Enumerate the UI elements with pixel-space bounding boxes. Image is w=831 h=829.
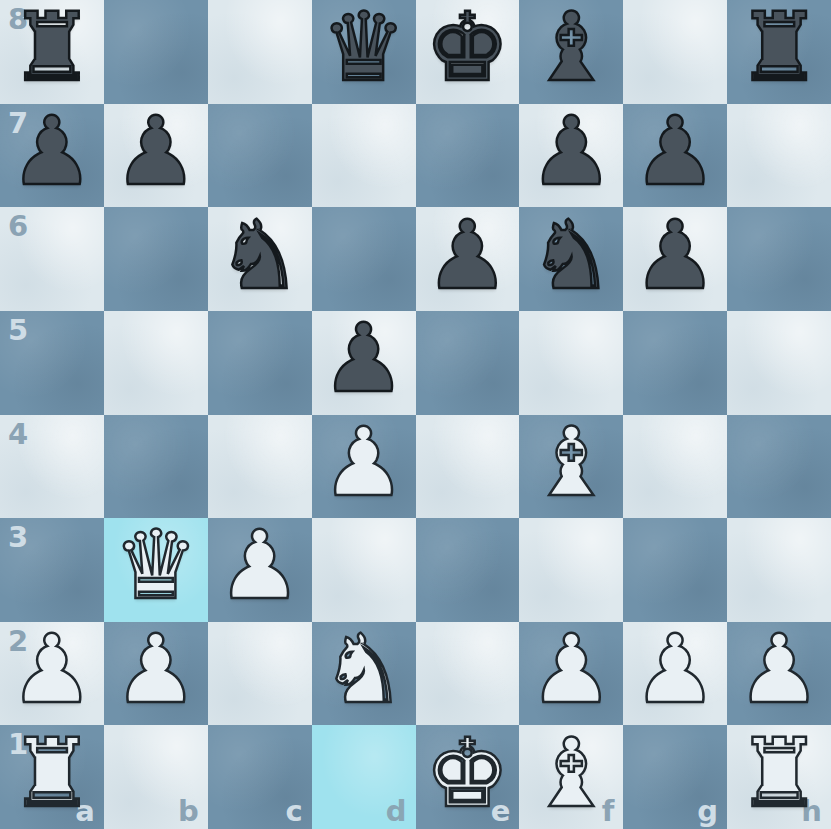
rank-label-4: 4 bbox=[8, 420, 28, 449]
white-rook[interactable]: ♜ bbox=[9, 726, 94, 821]
square-c3[interactable]: ♟ bbox=[208, 518, 312, 622]
square-g3[interactable] bbox=[623, 518, 727, 622]
white-pawn[interactable]: ♟ bbox=[9, 622, 94, 717]
square-e3[interactable] bbox=[416, 518, 520, 622]
square-e8[interactable]: ♚ bbox=[416, 0, 520, 104]
white-knight[interactable]: ♞ bbox=[321, 622, 406, 717]
white-pawn[interactable]: ♟ bbox=[736, 622, 821, 717]
square-e5[interactable] bbox=[416, 311, 520, 415]
white-bishop[interactable]: ♝ bbox=[529, 415, 614, 510]
square-d1[interactable]: d bbox=[312, 725, 416, 829]
square-d6[interactable] bbox=[312, 207, 416, 311]
square-g6[interactable]: ♟ bbox=[623, 207, 727, 311]
black-pawn[interactable]: ♟ bbox=[9, 104, 94, 199]
black-pawn[interactable]: ♟ bbox=[113, 104, 198, 199]
square-a5[interactable]: 5 bbox=[0, 311, 104, 415]
square-h7[interactable] bbox=[727, 104, 831, 208]
black-pawn[interactable]: ♟ bbox=[321, 311, 406, 406]
square-c8[interactable] bbox=[208, 0, 312, 104]
white-pawn[interactable]: ♟ bbox=[633, 622, 718, 717]
black-pawn[interactable]: ♟ bbox=[633, 208, 718, 303]
square-b8[interactable] bbox=[104, 0, 208, 104]
square-f4[interactable]: ♝ bbox=[519, 415, 623, 519]
square-c7[interactable] bbox=[208, 104, 312, 208]
square-a7[interactable]: 7♟ bbox=[0, 104, 104, 208]
square-e4[interactable] bbox=[416, 415, 520, 519]
square-f7[interactable]: ♟ bbox=[519, 104, 623, 208]
black-rook[interactable]: ♜ bbox=[736, 0, 821, 95]
square-h4[interactable] bbox=[727, 415, 831, 519]
square-b4[interactable] bbox=[104, 415, 208, 519]
square-c6[interactable]: ♞ bbox=[208, 207, 312, 311]
square-c2[interactable] bbox=[208, 622, 312, 726]
white-pawn[interactable]: ♟ bbox=[321, 415, 406, 510]
square-e1[interactable]: e♚ bbox=[416, 725, 520, 829]
square-f8[interactable]: ♝ bbox=[519, 0, 623, 104]
square-b3[interactable]: ♛ bbox=[104, 518, 208, 622]
file-label-g: g bbox=[697, 797, 718, 826]
black-pawn[interactable]: ♟ bbox=[633, 104, 718, 199]
black-rook[interactable]: ♜ bbox=[9, 0, 94, 95]
white-pawn[interactable]: ♟ bbox=[529, 622, 614, 717]
square-e2[interactable] bbox=[416, 622, 520, 726]
square-d4[interactable]: ♟ bbox=[312, 415, 416, 519]
white-queen[interactable]: ♛ bbox=[113, 518, 198, 613]
square-a6[interactable]: 6 bbox=[0, 207, 104, 311]
square-f2[interactable]: ♟ bbox=[519, 622, 623, 726]
square-e7[interactable] bbox=[416, 104, 520, 208]
square-b2[interactable]: ♟ bbox=[104, 622, 208, 726]
square-c1[interactable]: c bbox=[208, 725, 312, 829]
square-h8[interactable]: ♜ bbox=[727, 0, 831, 104]
black-knight[interactable]: ♞ bbox=[529, 208, 614, 303]
square-a1[interactable]: 1a♜ bbox=[0, 725, 104, 829]
square-b5[interactable] bbox=[104, 311, 208, 415]
white-pawn[interactable]: ♟ bbox=[217, 518, 302, 613]
rank-label-5: 5 bbox=[8, 316, 28, 345]
file-label-c: c bbox=[285, 797, 302, 826]
square-f1[interactable]: f♝ bbox=[519, 725, 623, 829]
square-c4[interactable] bbox=[208, 415, 312, 519]
square-f3[interactable] bbox=[519, 518, 623, 622]
square-g7[interactable]: ♟ bbox=[623, 104, 727, 208]
square-g8[interactable] bbox=[623, 0, 727, 104]
black-pawn[interactable]: ♟ bbox=[425, 208, 510, 303]
square-a2[interactable]: 2♟ bbox=[0, 622, 104, 726]
chess-board: 8♜♛♚♝♜7♟♟♟♟6♞♟♞♟5♟4♟♝3♛♟2♟♟♞♟♟♟1a♜bcde♚f… bbox=[0, 0, 831, 829]
black-pawn[interactable]: ♟ bbox=[529, 104, 614, 199]
square-h1[interactable]: h♜ bbox=[727, 725, 831, 829]
square-f6[interactable]: ♞ bbox=[519, 207, 623, 311]
square-b6[interactable] bbox=[104, 207, 208, 311]
square-d3[interactable] bbox=[312, 518, 416, 622]
square-g1[interactable]: g bbox=[623, 725, 727, 829]
square-d2[interactable]: ♞ bbox=[312, 622, 416, 726]
rank-label-3: 3 bbox=[8, 523, 28, 552]
square-a3[interactable]: 3 bbox=[0, 518, 104, 622]
white-pawn[interactable]: ♟ bbox=[113, 622, 198, 717]
square-d7[interactable] bbox=[312, 104, 416, 208]
black-king[interactable]: ♚ bbox=[425, 0, 510, 95]
rank-label-6: 6 bbox=[8, 212, 28, 241]
black-queen[interactable]: ♛ bbox=[321, 0, 406, 95]
square-h5[interactable] bbox=[727, 311, 831, 415]
square-f5[interactable] bbox=[519, 311, 623, 415]
file-label-b: b bbox=[178, 797, 199, 826]
white-bishop[interactable]: ♝ bbox=[529, 726, 614, 821]
white-king[interactable]: ♚ bbox=[425, 726, 510, 821]
square-g5[interactable] bbox=[623, 311, 727, 415]
white-rook[interactable]: ♜ bbox=[736, 726, 821, 821]
square-h2[interactable]: ♟ bbox=[727, 622, 831, 726]
square-a8[interactable]: 8♜ bbox=[0, 0, 104, 104]
square-d8[interactable]: ♛ bbox=[312, 0, 416, 104]
square-b1[interactable]: b bbox=[104, 725, 208, 829]
square-h3[interactable] bbox=[727, 518, 831, 622]
square-e6[interactable]: ♟ bbox=[416, 207, 520, 311]
square-d5[interactable]: ♟ bbox=[312, 311, 416, 415]
black-knight[interactable]: ♞ bbox=[217, 208, 302, 303]
square-g4[interactable] bbox=[623, 415, 727, 519]
square-g2[interactable]: ♟ bbox=[623, 622, 727, 726]
black-bishop[interactable]: ♝ bbox=[529, 0, 614, 95]
file-label-d: d bbox=[386, 797, 407, 826]
square-h6[interactable] bbox=[727, 207, 831, 311]
square-a4[interactable]: 4 bbox=[0, 415, 104, 519]
square-b7[interactable]: ♟ bbox=[104, 104, 208, 208]
square-c5[interactable] bbox=[208, 311, 312, 415]
